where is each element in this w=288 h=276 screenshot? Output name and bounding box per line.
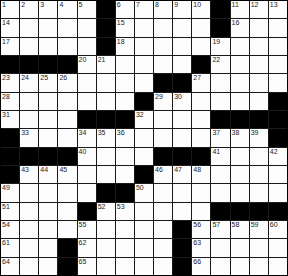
black-cell-r12c15 [269,203,287,220]
cell-r15c5[interactable]: 65 [78,258,96,275]
cell-r2c10[interactable] [173,19,191,36]
clue-number-57: 57 [212,221,220,229]
clue-number-35: 35 [98,129,106,137]
clue-number-50: 50 [136,184,144,192]
clue-number-20: 20 [79,56,87,64]
cell-r6c7[interactable] [116,93,134,110]
clue-number-48: 48 [193,166,201,174]
cell-r11c15[interactable] [269,184,287,201]
cell-r11c2[interactable] [20,184,38,201]
cell-r3c10[interactable] [173,38,191,55]
cell-r5c13[interactable] [231,74,249,91]
cell-r12c2[interactable] [20,203,38,220]
clue-number-17: 17 [2,38,10,46]
clue-number-41: 41 [212,148,220,156]
cell-r10c14[interactable] [250,166,268,183]
clue-number-24: 24 [21,74,29,82]
black-cell-r1c6 [97,1,115,18]
cell-r10c9[interactable]: 46 [154,166,172,183]
cell-r1c8[interactable]: 7 [135,1,153,18]
cell-r15c2[interactable] [20,258,38,275]
cell-r5c12[interactable] [211,74,229,91]
clue-number-27: 27 [193,74,201,82]
cell-r14c13[interactable] [231,239,249,256]
cell-r1c11[interactable]: 10 [192,1,210,18]
black-cell-r13c10 [173,221,191,238]
cell-r15c1[interactable]: 64 [1,258,19,275]
cell-r8c11[interactable] [192,129,210,146]
cell-r14c8[interactable] [135,239,153,256]
cell-r7c4[interactable] [58,111,76,128]
cell-r4c13[interactable] [231,56,249,73]
cell-r15c8[interactable] [135,258,153,275]
clue-number-4: 4 [59,1,63,9]
cell-r13c7[interactable] [116,221,134,238]
clue-number-22: 22 [212,56,220,64]
cell-r10c7[interactable] [116,166,134,183]
cell-r6c1[interactable]: 28 [1,93,19,110]
cell-r14c9[interactable] [154,239,172,256]
clue-number-29: 29 [155,93,163,101]
cell-r11c5[interactable] [78,184,96,201]
cell-r5c11[interactable]: 27 [192,74,210,91]
black-cell-r7c6 [97,111,115,128]
cell-r4c14[interactable] [250,56,268,73]
cell-r14c1[interactable]: 61 [1,239,19,256]
black-cell-r7c14 [250,111,268,128]
cell-r8c13[interactable]: 38 [231,129,249,146]
cell-r11c9[interactable] [154,184,172,201]
clue-number-3: 3 [40,1,44,9]
cell-r2c13[interactable]: 16 [231,19,249,36]
cell-r11c12[interactable] [211,184,229,201]
cell-r15c13[interactable] [231,258,249,275]
clue-number-8: 8 [155,1,159,9]
cell-r3c7[interactable]: 18 [116,38,134,55]
cell-r5c1[interactable]: 23 [1,74,19,91]
clue-number-63: 63 [193,239,201,247]
cell-r3c9[interactable] [154,38,172,55]
black-cell-r7c15 [269,111,287,128]
cell-r13c6[interactable] [97,221,115,238]
cell-r7c9[interactable] [154,111,172,128]
cell-r1c5[interactable]: 5 [78,1,96,18]
cell-r4c5[interactable]: 20 [78,56,96,73]
clue-number-51: 51 [2,203,10,211]
cell-r8c8[interactable] [135,129,153,146]
cell-r8c3[interactable] [39,129,57,146]
cell-r10c3[interactable]: 44 [39,166,57,183]
cell-r12c4[interactable] [58,203,76,220]
cell-r1c15[interactable]: 13 [269,1,287,18]
cell-r8c14[interactable]: 39 [250,129,268,146]
cell-r8c9[interactable] [154,129,172,146]
clue-number-2: 2 [21,1,25,9]
cell-r2c14[interactable] [250,19,268,36]
cell-r2c4[interactable] [58,19,76,36]
black-cell-r15c10 [173,258,191,275]
black-cell-r2c6 [97,19,115,36]
cell-r13c14[interactable]: 59 [250,221,268,238]
crossword-board: 1234567891011121314151617181920212223242… [0,0,288,276]
black-cell-r7c5 [78,111,96,128]
cell-r12c10[interactable] [173,203,191,220]
clue-number-47: 47 [174,166,182,174]
black-cell-r5c9 [154,74,172,91]
cell-r13c13[interactable]: 58 [231,221,249,238]
clue-number-54: 54 [2,221,10,229]
cell-r12c3[interactable] [39,203,57,220]
cell-r12c9[interactable] [154,203,172,220]
cell-r4c9[interactable] [154,56,172,73]
cell-r8c4[interactable] [58,129,76,146]
clue-number-1: 1 [2,1,6,9]
cell-r2c2[interactable] [20,19,38,36]
cell-r10c11[interactable]: 48 [192,166,210,183]
black-cell-r8c15 [269,129,287,146]
cell-r11c13[interactable] [231,184,249,201]
black-cell-r7c13 [231,111,249,128]
cell-r9c6[interactable] [97,148,115,165]
black-cell-r11c7 [116,184,134,201]
clue-number-44: 44 [40,166,48,174]
cell-r6c9[interactable]: 29 [154,93,172,110]
clue-number-25: 25 [40,74,48,82]
cell-r6c2[interactable] [20,93,38,110]
cell-r15c15[interactable] [269,258,287,275]
cell-r10c6[interactable] [97,166,115,183]
cell-r1c9[interactable]: 8 [154,1,172,18]
cell-r5c4[interactable]: 26 [58,74,76,91]
black-cell-r10c8 [135,166,153,183]
black-cell-r12c5 [78,203,96,220]
clue-number-11: 11 [232,1,239,9]
cell-r5c6[interactable] [97,74,115,91]
clue-number-58: 58 [232,221,240,229]
clue-number-34: 34 [79,129,87,137]
cell-r11c10[interactable] [173,184,191,201]
clue-number-60: 60 [270,221,278,229]
cell-r6c4[interactable] [58,93,76,110]
cell-r1c7[interactable]: 6 [116,1,134,18]
cell-r6c10[interactable]: 30 [173,93,191,110]
cell-r3c5[interactable] [78,38,96,55]
clue-number-46: 46 [155,166,163,174]
cell-r3c11[interactable] [192,38,210,55]
cell-r5c2[interactable]: 24 [20,74,38,91]
cell-r6c5[interactable] [78,93,96,110]
cell-r3c13[interactable] [231,38,249,55]
cell-r1c4[interactable]: 4 [58,1,76,18]
cell-r8c7[interactable]: 36 [116,129,134,146]
clue-number-28: 28 [2,93,10,101]
cell-r7c10[interactable] [173,111,191,128]
cell-r11c1[interactable]: 49 [1,184,19,201]
cell-r14c2[interactable] [20,239,38,256]
cell-r14c7[interactable] [116,239,134,256]
clue-number-56: 56 [193,221,201,229]
clue-number-14: 14 [2,19,10,27]
cell-r11c14[interactable] [250,184,268,201]
black-cell-r9c9 [154,148,172,165]
cell-r1c3[interactable]: 3 [39,1,57,18]
clue-number-7: 7 [136,1,140,9]
cell-r9c5[interactable]: 40 [78,148,96,165]
cell-r11c4[interactable] [58,184,76,201]
clue-number-55: 55 [79,221,87,229]
cell-r1c14[interactable]: 12 [250,1,268,18]
cell-r10c2[interactable]: 43 [20,166,38,183]
cell-r13c8[interactable] [135,221,153,238]
black-cell-r10c1 [1,166,19,183]
cell-r5c15[interactable] [269,74,287,91]
clue-number-37: 37 [212,129,220,137]
black-cell-r4c3 [39,56,57,73]
clue-number-45: 45 [59,166,67,174]
cell-r13c12[interactable]: 57 [211,221,229,238]
cell-r6c11[interactable] [192,93,210,110]
cell-r1c1[interactable]: 1 [1,1,19,18]
cell-r9c15[interactable]: 42 [269,148,287,165]
clue-number-66: 66 [193,258,201,266]
clue-number-9: 9 [174,1,178,9]
cell-r2c15[interactable] [269,19,287,36]
cell-r4c12[interactable]: 22 [211,56,229,73]
black-cell-r7c12 [211,111,229,128]
cell-r14c15[interactable] [269,239,287,256]
cell-r3c3[interactable] [39,38,57,55]
cell-r14c11[interactable]: 63 [192,239,210,256]
cell-r13c9[interactable] [154,221,172,238]
cell-r6c12[interactable] [211,93,229,110]
clue-number-52: 52 [98,203,106,211]
clue-number-53: 53 [117,203,125,211]
black-cell-r4c2 [20,56,38,73]
black-cell-r4c4 [58,56,76,73]
cell-r14c3[interactable] [39,239,57,256]
black-cell-r9c10 [173,148,191,165]
cell-r6c3[interactable] [39,93,57,110]
clue-number-38: 38 [232,129,240,137]
cell-r2c9[interactable] [154,19,172,36]
cell-r5c14[interactable] [250,74,268,91]
clue-number-42: 42 [270,148,278,156]
cell-r8c10[interactable] [173,129,191,146]
clue-number-59: 59 [251,221,259,229]
cell-r7c8[interactable]: 32 [135,111,153,128]
black-cell-r6c15 [269,93,287,110]
clue-number-61: 61 [2,239,10,247]
cell-r6c14[interactable] [250,93,268,110]
cell-r14c6[interactable] [97,239,115,256]
cell-r14c14[interactable] [250,239,268,256]
clue-number-13: 13 [270,1,278,9]
clue-number-15: 15 [117,19,125,27]
cell-r13c2[interactable] [20,221,38,238]
crossword-puzzle: 1234567891011121314151617181920212223242… [0,0,288,276]
cell-r2c1[interactable]: 14 [1,19,19,36]
cell-r6c6[interactable] [97,93,115,110]
black-cell-r7c7 [116,111,134,128]
clue-number-12: 12 [251,1,259,9]
black-cell-r5c10 [173,74,191,91]
clue-number-30: 30 [174,93,182,101]
cell-r13c4[interactable] [58,221,76,238]
clue-number-6: 6 [117,1,121,9]
cell-r11c11[interactable] [192,184,210,201]
cell-r12c11[interactable] [192,203,210,220]
black-cell-r9c4 [58,148,76,165]
black-cell-r14c4 [58,239,76,256]
cell-r15c7[interactable] [116,258,134,275]
clue-number-32: 32 [136,111,144,119]
black-cell-r9c1 [1,148,19,165]
cell-r13c15[interactable]: 60 [269,221,287,238]
black-cell-r12c12 [211,203,229,220]
cell-r14c12[interactable] [211,239,229,256]
cell-r7c2[interactable] [20,111,38,128]
cell-r5c7[interactable] [116,74,134,91]
cell-r4c15[interactable] [269,56,287,73]
clue-number-40: 40 [79,148,87,156]
clue-number-43: 43 [21,166,29,174]
cell-r15c11[interactable]: 66 [192,258,210,275]
cell-r10c4[interactable]: 45 [58,166,76,183]
cell-r9c8[interactable] [135,148,153,165]
cell-r5c5[interactable] [78,74,96,91]
cell-r7c1[interactable]: 31 [1,111,19,128]
clue-number-39: 39 [251,129,259,137]
cell-r8c12[interactable]: 37 [211,129,229,146]
clue-number-31: 31 [2,111,10,119]
cell-r7c3[interactable] [39,111,57,128]
cell-r2c3[interactable] [39,19,57,36]
clue-number-64: 64 [2,258,10,266]
cell-r3c8[interactable] [135,38,153,55]
cell-r10c12[interactable] [211,166,229,183]
cell-r10c10[interactable]: 47 [173,166,191,183]
cell-r11c3[interactable] [39,184,57,201]
clue-number-65: 65 [79,258,87,266]
cell-r5c3[interactable]: 25 [39,74,57,91]
cell-r2c8[interactable] [135,19,153,36]
clue-number-62: 62 [79,239,87,247]
cell-r1c2[interactable]: 2 [20,1,38,18]
cell-r12c8[interactable] [135,203,153,220]
cell-r4c8[interactable] [135,56,153,73]
cell-r4c7[interactable] [116,56,134,73]
clue-number-10: 10 [193,1,201,9]
cell-r15c3[interactable] [39,258,57,275]
cell-r1c10[interactable]: 9 [173,1,191,18]
black-cell-r4c1 [1,56,19,73]
cell-r12c7[interactable]: 53 [116,203,134,220]
cell-r15c6[interactable] [97,258,115,275]
cell-r13c11[interactable]: 56 [192,221,210,238]
cell-r4c6[interactable]: 21 [97,56,115,73]
cell-r10c5[interactable] [78,166,96,183]
cell-r15c14[interactable] [250,258,268,275]
cell-r9c13[interactable] [231,148,249,165]
cell-r3c2[interactable] [20,38,38,55]
black-cell-r11c6 [97,184,115,201]
cell-r1c13[interactable]: 11 [231,1,249,18]
black-cell-r15c4 [58,258,76,275]
cell-r3c15[interactable] [269,38,287,55]
black-cell-r4c11 [192,56,210,73]
cell-r9c12[interactable]: 41 [211,148,229,165]
black-cell-r8c1 [1,129,19,146]
clue-number-18: 18 [117,38,125,46]
cell-r15c9[interactable] [154,258,172,275]
cell-r4c10[interactable] [173,56,191,73]
black-cell-r1c12 [211,1,229,18]
clue-number-36: 36 [117,129,125,137]
cell-r13c5[interactable]: 55 [78,221,96,238]
cell-r10c15[interactable] [269,166,287,183]
cell-r9c7[interactable] [116,148,134,165]
cell-r8c5[interactable]: 34 [78,129,96,146]
black-cell-r14c10 [173,239,191,256]
cell-r12c6[interactable]: 52 [97,203,115,220]
cell-r10c13[interactable] [231,166,249,183]
clue-number-26: 26 [59,74,67,82]
cell-r8c2[interactable]: 33 [20,129,38,146]
cell-r6c13[interactable] [231,93,249,110]
cell-r11c8[interactable]: 50 [135,184,153,201]
cell-r13c3[interactable] [39,221,57,238]
black-cell-r2c12 [211,19,229,36]
cell-r8c6[interactable]: 35 [97,129,115,146]
black-cell-r9c2 [20,148,38,165]
cell-r3c12[interactable]: 19 [211,38,229,55]
cell-r3c14[interactable] [250,38,268,55]
cell-r2c7[interactable]: 15 [116,19,134,36]
black-cell-r9c3 [39,148,57,165]
cell-r13c1[interactable]: 54 [1,221,19,238]
cell-r2c5[interactable] [78,19,96,36]
cell-r5c8[interactable] [135,74,153,91]
cell-r7c11[interactable] [192,111,210,128]
cell-r15c12[interactable] [211,258,229,275]
cell-r9c14[interactable] [250,148,268,165]
clue-number-5: 5 [79,1,83,9]
black-cell-r12c13 [231,203,249,220]
cell-r3c4[interactable] [58,38,76,55]
black-cell-r9c11 [192,148,210,165]
cell-r14c5[interactable]: 62 [78,239,96,256]
clue-number-19: 19 [212,38,220,46]
black-cell-r12c14 [250,203,268,220]
clue-number-49: 49 [2,184,10,192]
clue-number-33: 33 [21,129,29,137]
clue-number-23: 23 [2,74,10,82]
clue-number-16: 16 [232,19,240,27]
cell-r3c1[interactable]: 17 [1,38,19,55]
cell-r12c1[interactable]: 51 [1,203,19,220]
clue-number-21: 21 [98,56,106,64]
black-cell-r3c6 [97,38,115,55]
black-cell-r6c8 [135,93,153,110]
cell-r2c11[interactable] [192,19,210,36]
